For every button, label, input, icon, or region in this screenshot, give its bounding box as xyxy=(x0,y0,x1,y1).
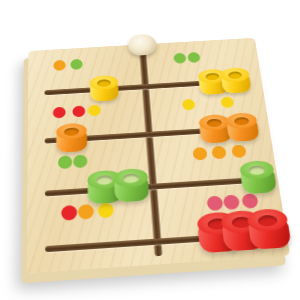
hint-dot-red xyxy=(73,105,86,117)
cup-piece-orange[interactable] xyxy=(56,123,88,153)
cup-piece-red[interactable] xyxy=(196,211,241,253)
cup-piece-body xyxy=(114,177,150,202)
cup-piece-body xyxy=(241,169,278,193)
hint-dot-green xyxy=(173,53,186,64)
cup-piece-green[interactable] xyxy=(239,159,277,193)
cup-piece-yellow[interactable] xyxy=(220,67,251,93)
slot-cell-row3-left xyxy=(37,146,147,206)
cup-piece-green[interactable] xyxy=(114,167,150,202)
hint-dot-orange xyxy=(77,203,93,219)
cup-piece-yellow[interactable] xyxy=(89,75,118,102)
board-perspective-wrap xyxy=(27,38,290,274)
cup-piece-red[interactable] xyxy=(220,210,265,252)
cup-piece-body xyxy=(87,179,122,204)
cup-piece-hole xyxy=(249,165,267,175)
hint-dot-pink xyxy=(241,193,259,209)
cup-piece-body xyxy=(197,223,240,253)
product-photo-scene xyxy=(0,0,300,300)
cup-piece-orange[interactable] xyxy=(225,112,259,142)
hint-dot-yellow xyxy=(182,98,196,110)
hint-dot-red xyxy=(53,106,66,118)
hint-dot-green xyxy=(57,155,71,169)
slot-groove-row3-right xyxy=(152,176,261,189)
cup-piece-hole xyxy=(228,71,242,79)
hint-dot-pink xyxy=(206,195,223,211)
cup-piece-rim xyxy=(246,208,289,232)
hint-dot-green xyxy=(187,52,200,63)
cup-piece-rim xyxy=(239,159,275,179)
cup-piece-rim xyxy=(114,167,149,187)
cup-piece-hole xyxy=(207,218,227,230)
hint-dot-yellow xyxy=(221,96,235,108)
game-board xyxy=(27,38,290,274)
hint-dot-green xyxy=(71,59,84,70)
slot-cell-row2-right xyxy=(153,90,262,145)
hint-dot-orange xyxy=(212,146,228,160)
cup-piece-hole xyxy=(96,175,113,185)
cup-piece-rim xyxy=(87,169,122,189)
cup-piece-hole xyxy=(231,216,252,228)
cup-piece-body xyxy=(247,220,291,250)
cup-piece-hole xyxy=(205,72,219,80)
slot-cell-row4-right xyxy=(161,190,279,253)
cup-piece-green[interactable] xyxy=(87,169,123,204)
cup-piece-red[interactable] xyxy=(246,208,292,250)
hint-dot-orange xyxy=(54,60,66,71)
slot-groove-row3-left xyxy=(45,183,154,196)
hint-dot-yellow xyxy=(88,104,101,116)
hint-dot-orange xyxy=(231,145,247,159)
slot-groove-row4-right xyxy=(156,231,269,245)
cup-piece-rim xyxy=(220,210,262,234)
cup-piece-hole xyxy=(123,173,140,183)
slot-cell-row2-left xyxy=(37,97,143,153)
cup-piece-body xyxy=(222,222,266,252)
hint-dot-pink xyxy=(223,194,240,210)
hint-dot-orange xyxy=(193,147,208,161)
cup-piece-hole xyxy=(257,215,278,227)
hint-dot-yellow xyxy=(97,202,113,218)
slot-cell-row3-right xyxy=(157,138,270,197)
slot-groove-row4-left xyxy=(45,239,159,253)
slot-cell-row1-right xyxy=(149,44,254,95)
slot-grid xyxy=(37,44,279,262)
slot-cell-row1-left xyxy=(37,51,140,103)
hint-dot-green xyxy=(73,154,88,168)
slot-cell-row4-left xyxy=(37,198,151,262)
hint-dot-red xyxy=(61,205,77,221)
cup-piece-rim xyxy=(196,211,238,236)
